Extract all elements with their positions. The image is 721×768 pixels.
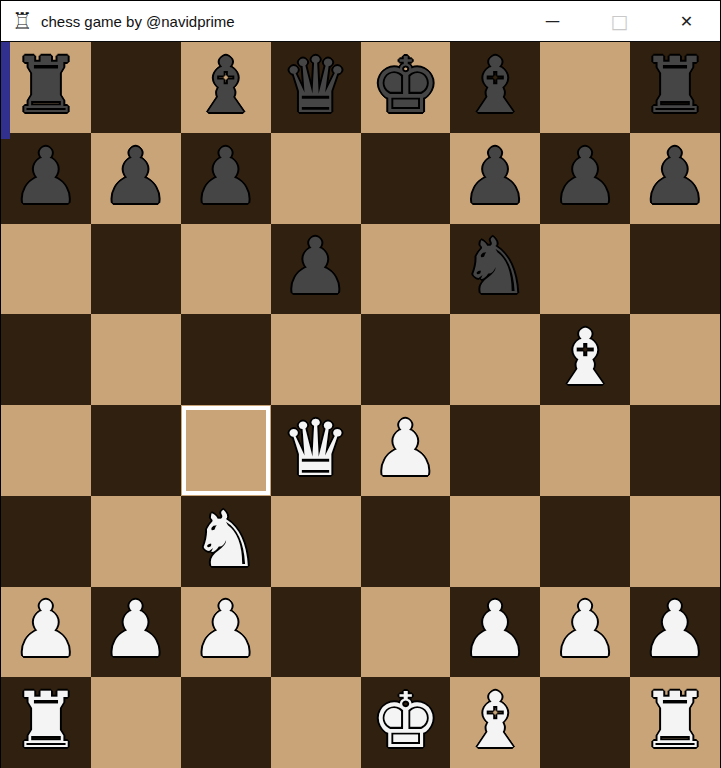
square-a8[interactable]: ♜: [1, 42, 91, 133]
chess-board: ♜♝♛♚♝♜♟♟♟♟♟♟♟♞♝♛♟♞♟♟♟♟♟♟♜♚♝♜: [1, 42, 720, 768]
square-d4[interactable]: ♛: [271, 405, 361, 496]
square-e7[interactable]: [361, 133, 451, 224]
square-c1[interactable]: [181, 677, 271, 768]
black-pawn[interactable]: ♟: [641, 138, 710, 215]
square-g3[interactable]: [540, 496, 630, 587]
square-h1[interactable]: ♜: [630, 677, 720, 768]
white-rook[interactable]: ♜: [11, 682, 80, 759]
square-g5[interactable]: ♝: [540, 314, 630, 405]
square-h8[interactable]: ♜: [630, 42, 720, 133]
square-c2[interactable]: ♟: [181, 587, 271, 678]
square-g6[interactable]: [540, 224, 630, 315]
white-knight[interactable]: ♞: [191, 501, 260, 578]
square-e3[interactable]: [361, 496, 451, 587]
square-h4[interactable]: [630, 405, 720, 496]
square-b6[interactable]: [91, 224, 181, 315]
white-queen[interactable]: ♛: [281, 410, 350, 487]
square-h6[interactable]: [630, 224, 720, 315]
square-e5[interactable]: [361, 314, 451, 405]
square-d3[interactable]: [271, 496, 361, 587]
square-b3[interactable]: [91, 496, 181, 587]
square-g2[interactable]: ♟: [540, 587, 630, 678]
square-a2[interactable]: ♟: [1, 587, 91, 678]
black-pawn[interactable]: ♟: [461, 138, 530, 215]
square-h2[interactable]: ♟: [630, 587, 720, 678]
square-a3[interactable]: [1, 496, 91, 587]
black-pawn[interactable]: ♟: [281, 228, 350, 305]
rook-app-icon: ♖: [10, 9, 34, 33]
white-pawn[interactable]: ♟: [191, 591, 260, 668]
selected-square-highlight: [182, 406, 270, 495]
square-d7[interactable]: [271, 133, 361, 224]
white-king[interactable]: ♚: [371, 682, 440, 759]
square-f8[interactable]: ♝: [450, 42, 540, 133]
square-b2[interactable]: ♟: [91, 587, 181, 678]
chess-app-window: ♖ chess game by @navidprime — □ ✕ ♜♝♛♚♝♜…: [0, 0, 721, 768]
square-f7[interactable]: ♟: [450, 133, 540, 224]
close-button[interactable]: ✕: [653, 1, 720, 41]
square-c7[interactable]: ♟: [181, 133, 271, 224]
square-a6[interactable]: [1, 224, 91, 315]
square-d5[interactable]: [271, 314, 361, 405]
white-pawn[interactable]: ♟: [461, 591, 530, 668]
square-g4[interactable]: [540, 405, 630, 496]
square-f4[interactable]: [450, 405, 540, 496]
white-rook[interactable]: ♜: [641, 682, 710, 759]
square-f1[interactable]: ♝: [450, 677, 540, 768]
square-e8[interactable]: ♚: [361, 42, 451, 133]
square-b5[interactable]: [91, 314, 181, 405]
square-c5[interactable]: [181, 314, 271, 405]
white-pawn[interactable]: ♟: [551, 591, 620, 668]
white-pawn[interactable]: ♟: [11, 591, 80, 668]
square-g1[interactable]: [540, 677, 630, 768]
square-b8[interactable]: [91, 42, 181, 133]
square-f5[interactable]: [450, 314, 540, 405]
square-e6[interactable]: [361, 224, 451, 315]
square-c3[interactable]: ♞: [181, 496, 271, 587]
square-d6[interactable]: ♟: [271, 224, 361, 315]
black-knight[interactable]: ♞: [461, 228, 530, 305]
square-f6[interactable]: ♞: [450, 224, 540, 315]
square-e1[interactable]: ♚: [361, 677, 451, 768]
white-pawn[interactable]: ♟: [641, 591, 710, 668]
square-b4[interactable]: [91, 405, 181, 496]
square-g7[interactable]: ♟: [540, 133, 630, 224]
square-d1[interactable]: [271, 677, 361, 768]
square-a4[interactable]: [1, 405, 91, 496]
black-bishop[interactable]: ♝: [461, 47, 530, 124]
black-rook[interactable]: ♜: [641, 47, 710, 124]
black-king[interactable]: ♚: [371, 47, 440, 124]
minimize-button[interactable]: —: [519, 1, 586, 41]
square-a5[interactable]: [1, 314, 91, 405]
window-controls: — □ ✕: [519, 1, 720, 41]
white-pawn[interactable]: ♟: [371, 410, 440, 487]
square-e2[interactable]: [361, 587, 451, 678]
square-b1[interactable]: [91, 677, 181, 768]
square-c8[interactable]: ♝: [181, 42, 271, 133]
black-pawn[interactable]: ♟: [11, 138, 80, 215]
black-pawn[interactable]: ♟: [551, 138, 620, 215]
square-a7[interactable]: ♟: [1, 133, 91, 224]
square-f2[interactable]: ♟: [450, 587, 540, 678]
black-rook[interactable]: ♜: [11, 47, 80, 124]
square-d8[interactable]: ♛: [271, 42, 361, 133]
square-g8[interactable]: [540, 42, 630, 133]
titlebar: ♖ chess game by @navidprime — □ ✕: [1, 1, 720, 42]
square-d2[interactable]: [271, 587, 361, 678]
black-bishop[interactable]: ♝: [191, 47, 260, 124]
square-c4[interactable]: [181, 405, 271, 496]
square-e4[interactable]: ♟: [361, 405, 451, 496]
white-bishop[interactable]: ♝: [461, 682, 530, 759]
white-bishop[interactable]: ♝: [551, 319, 620, 396]
black-pawn[interactable]: ♟: [191, 138, 260, 215]
window-title: chess game by @navidprime: [41, 13, 519, 30]
black-pawn[interactable]: ♟: [101, 138, 170, 215]
square-h5[interactable]: [630, 314, 720, 405]
square-a1[interactable]: ♜: [1, 677, 91, 768]
square-c6[interactable]: [181, 224, 271, 315]
square-h7[interactable]: ♟: [630, 133, 720, 224]
white-pawn[interactable]: ♟: [101, 591, 170, 668]
accent-strip: [1, 42, 10, 139]
square-f3[interactable]: [450, 496, 540, 587]
black-queen[interactable]: ♛: [281, 47, 350, 124]
maximize-button[interactable]: □: [586, 1, 653, 41]
square-b7[interactable]: ♟: [91, 133, 181, 224]
square-h3[interactable]: [630, 496, 720, 587]
